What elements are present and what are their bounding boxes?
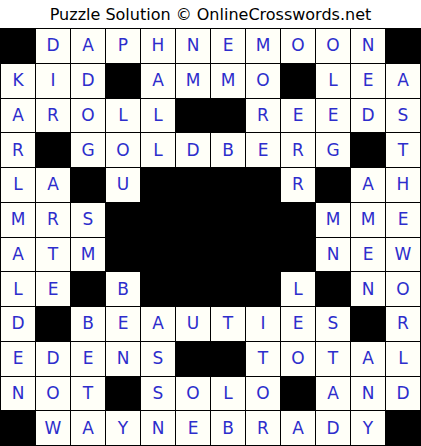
black-cell bbox=[176, 168, 210, 202]
black-cell bbox=[141, 238, 175, 272]
black-cell bbox=[211, 238, 245, 272]
letter-cell: E bbox=[386, 203, 420, 237]
letter-cell: O bbox=[106, 133, 140, 167]
letter-cell: D bbox=[176, 133, 210, 167]
letter-cell: L bbox=[316, 64, 350, 98]
black-cell bbox=[316, 168, 350, 202]
black-cell bbox=[176, 342, 210, 376]
letter-cell: S bbox=[141, 342, 175, 376]
letter-cell: W bbox=[386, 238, 420, 272]
letter-cell: N bbox=[351, 377, 385, 411]
black-cell bbox=[36, 133, 70, 167]
letter-cell: D bbox=[36, 29, 70, 63]
crossword-grid: DAPHNEMOONKIDAMMOLEAAROLLREEDSRGOLDBERGT… bbox=[0, 28, 421, 446]
black-cell bbox=[211, 99, 245, 133]
letter-cell: T bbox=[36, 238, 70, 272]
letter-cell: A bbox=[386, 64, 420, 98]
letter-cell: L bbox=[281, 272, 315, 306]
letter-cell: E bbox=[281, 99, 315, 133]
black-cell bbox=[211, 168, 245, 202]
black-cell bbox=[71, 168, 105, 202]
letter-cell: L bbox=[141, 133, 175, 167]
letter-cell: E bbox=[1, 342, 35, 376]
letter-cell: B bbox=[106, 272, 140, 306]
letter-cell: D bbox=[316, 411, 350, 445]
letter-cell: E bbox=[351, 238, 385, 272]
black-cell bbox=[246, 238, 280, 272]
black-cell bbox=[176, 203, 210, 237]
black-cell bbox=[211, 203, 245, 237]
black-cell bbox=[1, 411, 35, 445]
letter-cell: Y bbox=[351, 411, 385, 445]
letter-cell: A bbox=[36, 168, 70, 202]
black-cell bbox=[71, 272, 105, 306]
letter-cell: E bbox=[316, 99, 350, 133]
letter-cell: D bbox=[1, 307, 35, 341]
letter-cell: N bbox=[351, 29, 385, 63]
letter-cell: A bbox=[316, 377, 350, 411]
black-cell bbox=[141, 272, 175, 306]
letter-cell: A bbox=[71, 29, 105, 63]
letter-cell: M bbox=[71, 238, 105, 272]
black-cell bbox=[351, 133, 385, 167]
letter-cell: L bbox=[141, 99, 175, 133]
letter-cell: M bbox=[1, 203, 35, 237]
letter-cell: P bbox=[106, 29, 140, 63]
letter-cell: L bbox=[386, 342, 420, 376]
black-cell bbox=[281, 377, 315, 411]
letter-cell: R bbox=[246, 411, 280, 445]
letter-cell: I bbox=[246, 307, 280, 341]
letter-cell: A bbox=[71, 411, 105, 445]
letter-cell: A bbox=[1, 238, 35, 272]
letter-cell: E bbox=[351, 64, 385, 98]
letter-cell: O bbox=[386, 272, 420, 306]
letter-cell: B bbox=[211, 133, 245, 167]
letter-cell: L bbox=[1, 272, 35, 306]
letter-cell: A bbox=[1, 99, 35, 133]
black-cell bbox=[211, 342, 245, 376]
black-cell bbox=[106, 238, 140, 272]
letter-cell: N bbox=[141, 411, 175, 445]
letter-cell: R bbox=[36, 99, 70, 133]
black-cell bbox=[281, 203, 315, 237]
letter-cell: W bbox=[36, 411, 70, 445]
letter-cell: S bbox=[141, 377, 175, 411]
letter-cell: E bbox=[71, 342, 105, 376]
letter-cell: L bbox=[1, 168, 35, 202]
letter-cell: D bbox=[36, 342, 70, 376]
letter-cell: O bbox=[71, 99, 105, 133]
black-cell bbox=[246, 203, 280, 237]
letter-cell: B bbox=[211, 411, 245, 445]
letter-cell: N bbox=[1, 377, 35, 411]
black-cell bbox=[246, 168, 280, 202]
black-cell bbox=[176, 272, 210, 306]
black-cell bbox=[36, 307, 70, 341]
letter-cell: Y bbox=[106, 411, 140, 445]
letter-cell: K bbox=[1, 64, 35, 98]
letter-cell: T bbox=[211, 307, 245, 341]
letter-cell: R bbox=[281, 133, 315, 167]
black-cell bbox=[106, 203, 140, 237]
black-cell bbox=[281, 238, 315, 272]
letter-cell: A bbox=[351, 342, 385, 376]
letter-cell: O bbox=[281, 29, 315, 63]
letter-cell: I bbox=[36, 64, 70, 98]
black-cell bbox=[316, 272, 350, 306]
letter-cell: D bbox=[71, 64, 105, 98]
letter-cell: B bbox=[71, 307, 105, 341]
black-cell bbox=[281, 64, 315, 98]
letter-cell: N bbox=[106, 342, 140, 376]
letter-cell: R bbox=[246, 99, 280, 133]
letter-cell: O bbox=[281, 342, 315, 376]
letter-cell: H bbox=[141, 29, 175, 63]
letter-cell: G bbox=[71, 133, 105, 167]
letter-cell: R bbox=[281, 168, 315, 202]
page-title: Puzzle Solution © OnlineCrosswords.net bbox=[0, 0, 421, 28]
letter-cell: M bbox=[176, 64, 210, 98]
letter-cell: E bbox=[36, 272, 70, 306]
letter-cell: S bbox=[386, 99, 420, 133]
black-cell bbox=[106, 377, 140, 411]
black-cell bbox=[141, 168, 175, 202]
puzzle-solution-page: Puzzle Solution © OnlineCrosswords.net D… bbox=[0, 0, 421, 446]
letter-cell: O bbox=[176, 377, 210, 411]
letter-cell: E bbox=[176, 411, 210, 445]
letter-cell: T bbox=[246, 342, 280, 376]
letter-cell: R bbox=[36, 203, 70, 237]
letter-cell: S bbox=[316, 307, 350, 341]
letter-cell: N bbox=[351, 272, 385, 306]
letter-cell: D bbox=[386, 377, 420, 411]
letter-cell: O bbox=[246, 64, 280, 98]
letter-cell: O bbox=[246, 377, 280, 411]
letter-cell: N bbox=[316, 238, 350, 272]
letter-cell: A bbox=[351, 168, 385, 202]
black-cell bbox=[106, 64, 140, 98]
letter-cell: O bbox=[316, 29, 350, 63]
letter-cell: T bbox=[316, 342, 350, 376]
black-cell bbox=[176, 238, 210, 272]
letter-cell: L bbox=[106, 99, 140, 133]
letter-cell: U bbox=[176, 307, 210, 341]
letter-cell: U bbox=[106, 168, 140, 202]
letter-cell: T bbox=[386, 133, 420, 167]
letter-cell: O bbox=[36, 377, 70, 411]
letter-cell: S bbox=[71, 203, 105, 237]
letter-cell: M bbox=[316, 203, 350, 237]
letter-cell: M bbox=[246, 29, 280, 63]
letter-cell: A bbox=[141, 307, 175, 341]
letter-cell: H bbox=[386, 168, 420, 202]
letter-cell: M bbox=[211, 64, 245, 98]
letter-cell: T bbox=[71, 377, 105, 411]
letter-cell: E bbox=[106, 307, 140, 341]
black-cell bbox=[386, 29, 420, 63]
black-cell bbox=[211, 272, 245, 306]
letter-cell: R bbox=[1, 133, 35, 167]
black-cell bbox=[141, 203, 175, 237]
black-cell bbox=[386, 411, 420, 445]
letter-cell: L bbox=[211, 377, 245, 411]
letter-cell: A bbox=[281, 411, 315, 445]
letter-cell: E bbox=[211, 29, 245, 63]
black-cell bbox=[246, 272, 280, 306]
black-cell bbox=[1, 29, 35, 63]
letter-cell: E bbox=[281, 307, 315, 341]
letter-cell: R bbox=[386, 307, 420, 341]
letter-cell: E bbox=[246, 133, 280, 167]
letter-cell: D bbox=[351, 99, 385, 133]
black-cell bbox=[176, 99, 210, 133]
letter-cell: G bbox=[316, 133, 350, 167]
black-cell bbox=[351, 307, 385, 341]
letter-cell: M bbox=[351, 203, 385, 237]
letter-cell: A bbox=[141, 64, 175, 98]
letter-cell: N bbox=[176, 29, 210, 63]
